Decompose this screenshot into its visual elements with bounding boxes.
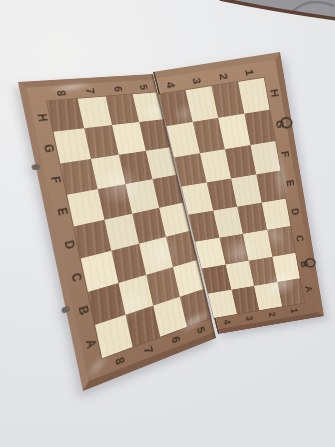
label-right-B: B: [297, 258, 311, 272]
latch-pin-lower: [61, 305, 71, 313]
square-a1[interactable]: [277, 278, 304, 306]
label-bottom-1: 1: [287, 304, 300, 317]
label-left-H: H: [32, 110, 51, 126]
label-right-C: C: [292, 231, 306, 245]
label-left-E: E: [52, 203, 71, 221]
label-right-F: F: [277, 147, 292, 162]
square-h1[interactable]: [238, 78, 270, 114]
label-left-D: D: [59, 235, 78, 254]
label-top-8: 8: [51, 85, 69, 100]
square-b1[interactable]: [272, 253, 300, 282]
photo-scene: 88776655HGFEDCBA 44332211HGFEDCBA: [0, 0, 335, 447]
square-f1[interactable]: [250, 141, 280, 175]
label-left-G: G: [39, 140, 58, 156]
label-top-3: 3: [188, 72, 205, 89]
label-bottom-2: 2: [265, 308, 279, 321]
label-right-G: G: [272, 116, 287, 132]
square-d1[interactable]: [261, 199, 290, 230]
label-bottom-3: 3: [242, 312, 256, 325]
label-bottom-4: 4: [220, 315, 234, 328]
square-c1[interactable]: [267, 226, 295, 256]
label-top-7: 7: [81, 84, 98, 98]
label-right-H: H: [266, 84, 282, 101]
label-left-A: A: [80, 334, 99, 355]
square-g1[interactable]: [244, 110, 275, 145]
latch-pin-upper: [31, 164, 40, 171]
label-top-5: 5: [136, 80, 152, 93]
label-left-F: F: [45, 172, 64, 189]
label-right-D: D: [287, 204, 301, 218]
label-top-6: 6: [109, 82, 126, 96]
label-top-1: 1: [241, 63, 257, 80]
label-right-E: E: [282, 176, 297, 191]
label-left-C: C: [66, 268, 85, 287]
label-top-2: 2: [215, 68, 231, 85]
label-left-B: B: [73, 301, 92, 321]
square-e1[interactable]: [256, 170, 286, 202]
label-right-A: A: [301, 283, 314, 296]
label-top-4: 4: [161, 76, 178, 93]
